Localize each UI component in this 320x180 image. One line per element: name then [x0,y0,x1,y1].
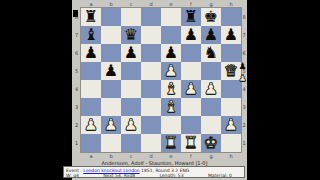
square-g3[interactable] [201,98,221,116]
piece-br: ♜ [81,8,101,26]
square-h6[interactable] [221,44,241,62]
square-f6[interactable] [181,44,201,62]
square-c5[interactable] [121,62,141,80]
piece-bp: ♟ [201,26,221,44]
square-e4[interactable]: ♝ [161,80,181,98]
square-g4[interactable]: ♟ [201,80,221,98]
square-g8[interactable]: ♚ [201,8,221,26]
square-e1[interactable]: ♜ [161,134,181,152]
square-a1[interactable] [81,134,101,152]
square-a7[interactable]: ♝ [81,26,101,44]
rank-label: 7 [241,26,247,44]
piece-bp: ♟ [181,26,201,44]
piece-wr: ♜ [181,134,201,152]
square-a2[interactable]: ♟ [81,116,101,134]
piece-wp: ♟ [181,80,201,98]
file-label: f [181,152,201,160]
chess-diagram-frame: abcdefgh 87654321 87654321 ♜♜♚♝♛♟♟♟♟♟♟♞♟… [0,0,320,180]
rank-label: 4 [72,80,81,98]
square-d6[interactable] [141,44,161,62]
rank-label: 3 [72,98,81,116]
rank-label: 7 [72,26,81,44]
square-a3[interactable] [81,98,101,116]
square-g2[interactable] [201,116,221,134]
piece-wb: ♝ [161,80,181,98]
file-label: e [161,0,181,8]
rank-label: 8 [72,8,81,26]
piece-wk: ♚ [201,134,221,152]
rank-label: 6 [241,44,247,62]
file-label: d [141,0,161,8]
piece-wb: ♝ [161,98,181,116]
square-b7[interactable] [101,26,121,44]
piece-bp: ♟ [161,44,181,62]
piece-wp: ♟ [121,116,141,134]
square-h8[interactable] [221,8,241,26]
square-c1[interactable] [121,134,141,152]
square-h2[interactable]: ♟ [221,116,241,134]
chess-board: ♜♜♚♝♛♟♟♟♟♟♟♞♟♟♛♝♟♟♝♟♟♟♟♜♜♚ [81,8,241,152]
square-g5[interactable] [201,62,221,80]
material-label: Material: 0 [208,173,232,178]
file-label: c [121,152,141,160]
square-c2[interactable]: ♟ [121,116,141,134]
square-c3[interactable] [121,98,141,116]
square-h3[interactable] [221,98,241,116]
status-line: W: g4 Next 54. Rxd8 Length: 53 Material:… [66,173,242,178]
square-f2[interactable] [181,116,201,134]
square-f4[interactable]: ♟ [181,80,201,98]
next-move-label: Next 54. Rxd8 [103,173,135,178]
rank-label: 3 [241,98,247,116]
rank-label: 2 [241,116,247,134]
square-g1[interactable]: ♚ [201,134,221,152]
piece-bp: ♟ [121,44,141,62]
square-b6[interactable] [101,44,121,62]
square-e5[interactable]: ♟ [161,62,181,80]
square-e6[interactable]: ♟ [161,44,181,62]
square-h1[interactable] [221,134,241,152]
piece-wp: ♟ [101,116,121,134]
square-g7[interactable]: ♟ [201,26,221,44]
square-c8[interactable] [121,8,141,26]
square-c7[interactable]: ♛ [121,26,141,44]
square-a5[interactable] [81,62,101,80]
square-a8[interactable]: ♜ [81,8,101,26]
square-a4[interactable] [81,80,101,98]
square-d4[interactable] [141,80,161,98]
square-e2[interactable] [161,116,181,134]
square-a6[interactable]: ♟ [81,44,101,62]
square-f8[interactable]: ♜ [181,8,201,26]
square-f3[interactable] [181,98,201,116]
file-label: e [161,152,181,160]
square-f5[interactable] [181,62,201,80]
file-label: h [221,152,241,160]
square-e7[interactable] [161,26,181,44]
file-label: d [141,152,161,160]
piece-wp: ♟ [161,62,181,80]
file-labels-bottom: abcdefgh [81,152,241,160]
piece-bp: ♟ [81,44,101,62]
piece-wr: ♜ [161,134,181,152]
piece-bn: ♞ [201,44,221,62]
piece-bb: ♝ [81,26,101,44]
tray-white-pawn-icon: ♟ [238,72,247,84]
square-d8[interactable] [141,8,161,26]
square-b1[interactable] [101,134,121,152]
square-e3[interactable]: ♝ [161,98,181,116]
square-b5[interactable]: ♟ [101,62,121,80]
board-panel: abcdefgh 87654321 87654321 ♜♜♚♝♛♟♟♟♟♟♟♞♟… [72,0,247,180]
piece-bk: ♚ [201,8,221,26]
square-g6[interactable]: ♞ [201,44,221,62]
square-d2[interactable] [141,116,161,134]
file-label: g [201,152,221,160]
piece-wp: ♟ [201,80,221,98]
square-b4[interactable] [101,80,121,98]
square-f7[interactable]: ♟ [181,26,201,44]
file-label: b [101,0,121,8]
piece-bq: ♛ [121,26,141,44]
file-label: b [101,152,121,160]
file-label: a [81,152,101,160]
material-tray: ♟ ♟ [238,61,247,84]
rank-label: 8 [241,8,247,26]
length-label: Length: 53 [159,173,183,178]
square-b2[interactable]: ♟ [101,116,121,134]
rank-label: 2 [72,116,81,134]
file-label: c [121,0,141,8]
square-b8[interactable] [101,8,121,26]
letterbox-left [0,0,72,180]
rank-label: 1 [241,134,247,152]
last-move-label: W: g4 [66,173,79,178]
piece-br: ♜ [181,8,201,26]
square-f1[interactable]: ♜ [181,134,201,152]
file-label: h [221,0,241,8]
square-d3[interactable] [141,98,161,116]
square-b3[interactable] [101,98,121,116]
rank-labels-left: 87654321 [72,8,81,152]
square-c6[interactable]: ♟ [121,44,141,62]
square-c4[interactable] [121,80,141,98]
game-info-box: Event : London knockout London 1851, Rou… [63,166,245,178]
square-d7[interactable] [141,26,161,44]
square-e8[interactable] [161,8,181,26]
piece-wp: ♟ [81,116,101,134]
piece-bp: ♟ [221,26,241,44]
piece-wp: ♟ [221,116,241,134]
tray-black-pawn-icon: ♟ [238,61,247,72]
square-h7[interactable]: ♟ [221,26,241,44]
square-d5[interactable] [141,62,161,80]
rank-label: 1 [72,134,81,152]
rank-label: 5 [72,62,81,80]
letterbox-right [247,0,320,180]
square-d1[interactable] [141,134,161,152]
rank-label: 6 [72,44,81,62]
piece-bp: ♟ [101,62,121,80]
